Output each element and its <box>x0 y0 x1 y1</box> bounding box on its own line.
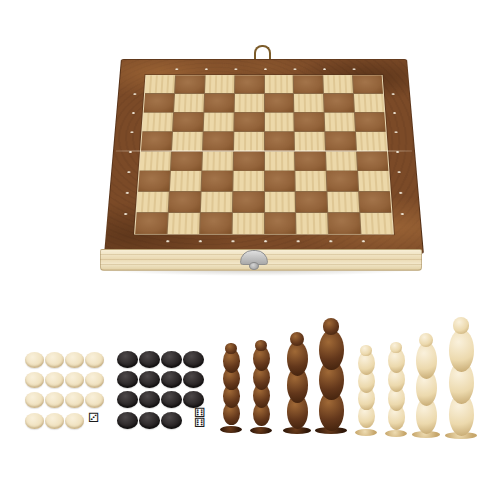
board-square <box>296 192 327 212</box>
board-square <box>201 192 232 212</box>
chess-piece-column-dark <box>316 318 347 434</box>
nail-dot-icon <box>393 112 396 114</box>
checker-disc-light <box>45 413 64 429</box>
nail-dot-icon <box>205 68 208 70</box>
nail-dot-icon <box>234 68 237 70</box>
board-square <box>264 94 293 112</box>
board-square <box>295 112 325 131</box>
nail-dot-icon <box>329 240 332 242</box>
nail-dot-icon <box>297 240 300 242</box>
board-square <box>141 132 172 151</box>
piece-knob <box>287 341 308 377</box>
board-square <box>296 171 327 191</box>
piece-head <box>290 332 304 346</box>
piece-base <box>250 427 272 434</box>
die-icon: ⚂ <box>88 411 99 424</box>
piece-knob <box>416 342 437 379</box>
board-square <box>235 75 264 93</box>
board-square <box>145 75 175 93</box>
checker-disc-black <box>139 412 160 429</box>
nail-dot-icon <box>126 192 129 194</box>
nail-dot-icon <box>133 93 136 95</box>
checker-disc-black <box>117 412 138 429</box>
checker-disc-black <box>161 371 182 388</box>
board-square <box>359 192 391 212</box>
nail-dot-icon <box>323 68 326 70</box>
board-square <box>360 213 392 234</box>
piece-head <box>419 333 433 347</box>
piece-head <box>453 317 470 334</box>
board-grid <box>134 75 394 235</box>
piece-base <box>220 426 242 433</box>
board-square <box>202 151 233 170</box>
board-square <box>326 151 357 170</box>
board-square <box>140 151 171 170</box>
board-square <box>233 151 263 170</box>
board-square <box>265 171 296 191</box>
board-square <box>295 132 325 151</box>
board-square <box>170 171 201 191</box>
clasp-pin-icon <box>249 262 259 270</box>
board-square <box>142 112 173 131</box>
checker-disc-light <box>45 352 64 368</box>
nail-dot-icon <box>127 171 130 173</box>
board-square <box>264 112 294 131</box>
nail-dot-icon <box>401 213 404 215</box>
board-square <box>353 75 383 93</box>
board-square <box>171 151 202 170</box>
board-square <box>205 75 234 93</box>
board-square <box>167 213 199 234</box>
nail-dot-icon <box>294 68 297 70</box>
checker-disc-black <box>161 412 182 429</box>
nail-dot-icon <box>175 68 178 70</box>
nail-dot-icon <box>392 93 395 95</box>
board-square <box>233 171 264 191</box>
nail-dot-icon <box>264 240 267 242</box>
chess-piece-column-dark <box>250 340 273 434</box>
checker-disc-black <box>161 351 182 368</box>
nail-dot-icon <box>132 112 135 114</box>
piece-knob <box>449 329 474 372</box>
board-square <box>328 213 360 234</box>
board-square <box>295 151 326 170</box>
piece-head <box>323 318 340 335</box>
board-square <box>325 112 355 131</box>
checker-disc-light <box>45 392 64 408</box>
board-square <box>358 171 390 191</box>
checker-disc-black <box>117 391 138 408</box>
board-square <box>233 192 264 212</box>
board-square <box>356 132 387 151</box>
board-square <box>203 132 233 151</box>
nail-dot-icon <box>264 68 267 70</box>
board-square <box>294 94 324 112</box>
checker-disc-light <box>65 392 84 408</box>
chess-piece-column-light <box>446 317 477 439</box>
nail-dot-icon <box>199 240 202 242</box>
checker-disc-light <box>85 372 104 388</box>
chess-piece-column-light <box>385 342 408 437</box>
board-square <box>172 132 203 151</box>
board-square <box>264 75 293 93</box>
board-square <box>327 171 358 191</box>
board-square <box>137 192 169 212</box>
board-square <box>201 171 232 191</box>
checker-disc-light <box>25 392 44 408</box>
checker-disc-black <box>139 391 160 408</box>
chess-piece-column-dark <box>220 343 243 433</box>
board-square <box>135 213 167 234</box>
checker-disc-light <box>45 372 64 388</box>
board-square <box>326 132 357 151</box>
checker-disc-black <box>161 391 182 408</box>
board-square <box>144 94 174 112</box>
nail-dot-icon <box>166 240 169 242</box>
piece-base <box>385 430 407 437</box>
piece-head <box>390 342 401 353</box>
board-square <box>200 213 232 234</box>
checker-disc-light <box>85 392 104 408</box>
board-square <box>175 75 205 93</box>
checker-disc-light <box>25 413 44 429</box>
board-square <box>204 94 234 112</box>
board-square <box>355 112 386 131</box>
nail-dot-icon <box>398 171 401 173</box>
fold-seam <box>116 150 412 151</box>
board-square <box>174 94 204 112</box>
nail-dot-icon <box>231 240 234 242</box>
chess-piece-column-dark <box>284 332 311 434</box>
chess-piece-column-light <box>413 333 440 438</box>
board-square <box>324 75 354 93</box>
board-square <box>264 132 294 151</box>
checker-disc-light <box>65 352 84 368</box>
checker-disc-black <box>183 351 204 368</box>
checker-disc-black <box>139 351 160 368</box>
board-square <box>328 192 360 212</box>
board-square <box>203 112 233 131</box>
board-top <box>104 59 424 254</box>
checker-disc-black <box>117 351 138 368</box>
board-square <box>138 171 170 191</box>
board-square <box>173 112 203 131</box>
board-square <box>294 75 323 93</box>
nail-dot-icon <box>353 68 356 70</box>
checker-disc-black <box>117 371 138 388</box>
board-square <box>265 151 295 170</box>
board-square <box>232 213 263 234</box>
product-photo-chess-set: ⚂⚅⚅ <box>0 0 500 500</box>
checker-disc-light <box>25 372 44 388</box>
board-square <box>169 192 201 212</box>
checker-disc-black <box>183 371 204 388</box>
nail-dot-icon <box>399 192 402 194</box>
nail-dot-icon <box>130 131 133 133</box>
board-square <box>296 213 328 234</box>
die-icon: ⚅ <box>194 416 205 429</box>
nail-dot-icon <box>395 131 398 133</box>
board-square <box>357 151 388 170</box>
piece-base <box>355 429 377 436</box>
piece-head <box>255 340 266 351</box>
checker-disc-light <box>85 352 104 368</box>
board-square <box>234 132 264 151</box>
piece-head <box>225 343 236 354</box>
board-square <box>354 94 384 112</box>
board-square <box>265 213 296 234</box>
chess-piece-column-light <box>355 345 378 436</box>
board-square <box>265 192 296 212</box>
checker-disc-light <box>65 372 84 388</box>
board-square <box>324 94 354 112</box>
checker-disc-light <box>65 413 84 429</box>
board-square <box>234 112 264 131</box>
checker-disc-light <box>25 352 44 368</box>
piece-head <box>360 345 371 356</box>
nail-dot-icon <box>124 213 127 215</box>
board-square <box>234 94 263 112</box>
piece-knob <box>319 330 344 371</box>
nail-dot-icon <box>362 240 365 242</box>
checker-disc-black <box>139 371 160 388</box>
